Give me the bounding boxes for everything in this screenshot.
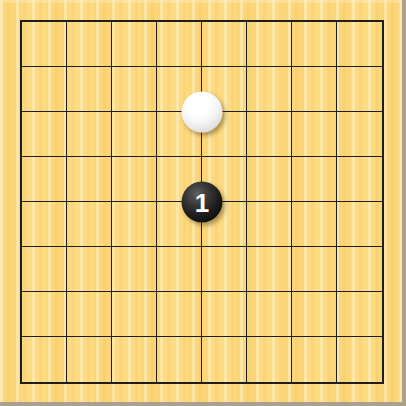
board-cell[interactable] bbox=[67, 337, 112, 382]
board-cell[interactable] bbox=[292, 157, 337, 202]
board-cell[interactable] bbox=[247, 202, 292, 247]
board-cell[interactable] bbox=[337, 67, 382, 112]
board-cell[interactable] bbox=[292, 67, 337, 112]
board-cell[interactable] bbox=[247, 292, 292, 337]
board-cell[interactable] bbox=[112, 112, 157, 157]
board-cell[interactable] bbox=[292, 202, 337, 247]
board-cell[interactable] bbox=[67, 157, 112, 202]
board-cell[interactable] bbox=[292, 292, 337, 337]
board-cell[interactable] bbox=[112, 337, 157, 382]
board-cell[interactable] bbox=[22, 157, 67, 202]
board-cell[interactable] bbox=[247, 22, 292, 67]
board-cell[interactable] bbox=[22, 22, 67, 67]
go-board: 1 bbox=[0, 0, 406, 406]
board-cell[interactable] bbox=[67, 112, 112, 157]
board-cell[interactable] bbox=[337, 292, 382, 337]
move-number-label: 1 bbox=[195, 189, 209, 215]
board-cell[interactable] bbox=[157, 292, 202, 337]
board-cell[interactable] bbox=[247, 337, 292, 382]
board-cell[interactable] bbox=[157, 337, 202, 382]
board-cell[interactable] bbox=[202, 247, 247, 292]
board-cell[interactable] bbox=[22, 112, 67, 157]
board-cell[interactable] bbox=[157, 247, 202, 292]
board-cell[interactable] bbox=[22, 202, 67, 247]
board-cell[interactable] bbox=[67, 247, 112, 292]
board-cell[interactable] bbox=[22, 67, 67, 112]
board-cell[interactable] bbox=[292, 247, 337, 292]
board-cell[interactable] bbox=[112, 22, 157, 67]
board-cell[interactable] bbox=[67, 292, 112, 337]
board-cell[interactable] bbox=[337, 112, 382, 157]
board-cell[interactable] bbox=[112, 202, 157, 247]
board-cell[interactable] bbox=[292, 337, 337, 382]
board-cell[interactable] bbox=[337, 157, 382, 202]
board-cell[interactable] bbox=[337, 202, 382, 247]
board-cell[interactable] bbox=[22, 292, 67, 337]
board-cell[interactable] bbox=[67, 202, 112, 247]
board-cell[interactable] bbox=[247, 112, 292, 157]
board-cell[interactable] bbox=[22, 337, 67, 382]
board-cell[interactable] bbox=[157, 22, 202, 67]
board-cell[interactable] bbox=[202, 292, 247, 337]
board-cell[interactable] bbox=[337, 337, 382, 382]
black-stone-E5: 1 bbox=[182, 182, 223, 223]
board-cell[interactable] bbox=[292, 22, 337, 67]
board-cell[interactable] bbox=[112, 247, 157, 292]
board-cell[interactable] bbox=[247, 67, 292, 112]
board-cell[interactable] bbox=[22, 247, 67, 292]
board-cell[interactable] bbox=[247, 247, 292, 292]
board-cell[interactable] bbox=[112, 157, 157, 202]
board-cell[interactable] bbox=[112, 67, 157, 112]
board-cell[interactable] bbox=[112, 292, 157, 337]
board-cell[interactable] bbox=[202, 337, 247, 382]
board-cell[interactable] bbox=[67, 22, 112, 67]
white-stone-E7 bbox=[182, 92, 223, 133]
board-cell[interactable] bbox=[67, 67, 112, 112]
board-cell[interactable] bbox=[337, 22, 382, 67]
board-cell[interactable] bbox=[202, 22, 247, 67]
board-cell[interactable] bbox=[337, 247, 382, 292]
board-cell[interactable] bbox=[247, 157, 292, 202]
board-cell[interactable] bbox=[292, 112, 337, 157]
